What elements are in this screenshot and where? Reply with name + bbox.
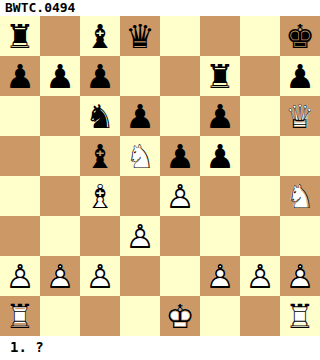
square-a1[interactable]: ♜♖ — [0, 296, 40, 336]
square-h5[interactable] — [280, 136, 320, 176]
square-a7[interactable]: ♟ — [0, 56, 40, 96]
white-pawn-piece: ♙ — [165, 180, 195, 213]
white-pawn-piece: ♙ — [5, 260, 35, 293]
square-a3[interactable] — [0, 216, 40, 256]
white-king-piece: ♔ — [165, 300, 195, 333]
square-e5[interactable]: ♟ — [160, 136, 200, 176]
white-bishop-piece: ♗ — [85, 180, 115, 213]
square-f6[interactable]: ♟ — [200, 96, 240, 136]
square-e3[interactable] — [160, 216, 200, 256]
square-h8[interactable]: ♚ — [280, 16, 320, 56]
white-pawn-piece: ♙ — [205, 260, 235, 293]
square-a2[interactable]: ♟♙ — [0, 256, 40, 296]
square-f8[interactable] — [200, 16, 240, 56]
black-pawn-piece: ♟ — [205, 140, 235, 173]
black-queen-piece: ♛ — [125, 20, 155, 53]
black-bishop-piece: ♝ — [85, 140, 115, 173]
square-d7[interactable] — [120, 56, 160, 96]
square-d4[interactable] — [120, 176, 160, 216]
square-e8[interactable] — [160, 16, 200, 56]
black-knight-piece: ♞ — [85, 100, 115, 133]
square-h7[interactable]: ♟ — [280, 56, 320, 96]
square-c2[interactable]: ♟♙ — [80, 256, 120, 296]
square-g8[interactable] — [240, 16, 280, 56]
square-a6[interactable] — [0, 96, 40, 136]
black-pawn-piece: ♟ — [125, 100, 155, 133]
square-b1[interactable] — [40, 296, 80, 336]
square-b4[interactable] — [40, 176, 80, 216]
move-prompt: 1. ? — [0, 336, 320, 360]
square-h2[interactable]: ♟♙ — [280, 256, 320, 296]
square-d8[interactable]: ♛ — [120, 16, 160, 56]
square-h1[interactable]: ♜♖ — [280, 296, 320, 336]
square-f4[interactable] — [200, 176, 240, 216]
square-d1[interactable] — [120, 296, 160, 336]
white-pawn-piece: ♙ — [285, 260, 315, 293]
square-b3[interactable] — [40, 216, 80, 256]
white-pawn-piece: ♙ — [245, 260, 275, 293]
white-rook-piece: ♖ — [5, 300, 35, 333]
square-e4[interactable]: ♟♙ — [160, 176, 200, 216]
chess-board: ♜♝♛♚♟♟♟♜♟♞♟♟♛♕♝♞♘♟♟♝♗♟♙♞♘♟♙♟♙♟♙♟♙♟♙♟♙♟♙♜… — [0, 16, 320, 336]
square-c1[interactable] — [80, 296, 120, 336]
white-pawn-piece: ♙ — [85, 260, 115, 293]
black-king-piece: ♚ — [285, 20, 315, 53]
square-f7[interactable]: ♜ — [200, 56, 240, 96]
square-e2[interactable] — [160, 256, 200, 296]
black-rook-piece: ♜ — [205, 60, 235, 93]
square-g4[interactable] — [240, 176, 280, 216]
square-a8[interactable]: ♜ — [0, 16, 40, 56]
black-pawn-piece: ♟ — [285, 60, 315, 93]
square-c3[interactable] — [80, 216, 120, 256]
square-b2[interactable]: ♟♙ — [40, 256, 80, 296]
square-g5[interactable] — [240, 136, 280, 176]
square-g2[interactable]: ♟♙ — [240, 256, 280, 296]
square-c8[interactable]: ♝ — [80, 16, 120, 56]
black-rook-piece: ♜ — [5, 20, 35, 53]
square-b6[interactable] — [40, 96, 80, 136]
square-c7[interactable]: ♟ — [80, 56, 120, 96]
white-rook-piece: ♖ — [285, 300, 315, 333]
black-pawn-piece: ♟ — [85, 60, 115, 93]
black-pawn-piece: ♟ — [45, 60, 75, 93]
white-queen-piece: ♕ — [285, 100, 315, 133]
square-g6[interactable] — [240, 96, 280, 136]
square-d5[interactable]: ♞♘ — [120, 136, 160, 176]
square-b5[interactable] — [40, 136, 80, 176]
square-f1[interactable] — [200, 296, 240, 336]
white-pawn-piece: ♙ — [125, 220, 155, 253]
square-c4[interactable]: ♝♗ — [80, 176, 120, 216]
square-f5[interactable]: ♟ — [200, 136, 240, 176]
square-g1[interactable] — [240, 296, 280, 336]
square-a4[interactable] — [0, 176, 40, 216]
white-pawn-piece: ♙ — [45, 260, 75, 293]
black-pawn-piece: ♟ — [205, 100, 235, 133]
square-e7[interactable] — [160, 56, 200, 96]
square-h4[interactable]: ♞♘ — [280, 176, 320, 216]
white-knight-piece: ♘ — [285, 180, 315, 213]
square-c6[interactable]: ♞ — [80, 96, 120, 136]
black-pawn-piece: ♟ — [165, 140, 195, 173]
square-d3[interactable]: ♟♙ — [120, 216, 160, 256]
square-h6[interactable]: ♛♕ — [280, 96, 320, 136]
square-d2[interactable] — [120, 256, 160, 296]
black-bishop-piece: ♝ — [85, 20, 115, 53]
square-f3[interactable] — [200, 216, 240, 256]
square-h3[interactable] — [280, 216, 320, 256]
square-g3[interactable] — [240, 216, 280, 256]
square-a5[interactable] — [0, 136, 40, 176]
white-knight-piece: ♘ — [125, 140, 155, 173]
square-b8[interactable] — [40, 16, 80, 56]
puzzle-id: BWTC.0494 — [0, 0, 320, 16]
square-e6[interactable] — [160, 96, 200, 136]
square-c5[interactable]: ♝ — [80, 136, 120, 176]
square-d6[interactable]: ♟ — [120, 96, 160, 136]
square-e1[interactable]: ♚♔ — [160, 296, 200, 336]
black-pawn-piece: ♟ — [5, 60, 35, 93]
square-g7[interactable] — [240, 56, 280, 96]
square-f2[interactable]: ♟♙ — [200, 256, 240, 296]
square-b7[interactable]: ♟ — [40, 56, 80, 96]
